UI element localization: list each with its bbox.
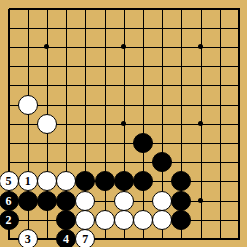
move-number-label: 4 bbox=[63, 233, 69, 245]
stone-black bbox=[95, 171, 115, 191]
stone-black bbox=[37, 191, 57, 211]
stone-white bbox=[37, 114, 57, 134]
stone-white: 1 bbox=[18, 171, 38, 191]
star-point bbox=[198, 121, 203, 126]
move-number-label: 2 bbox=[6, 214, 12, 226]
star-point bbox=[44, 44, 49, 49]
stone-white bbox=[37, 171, 57, 191]
stone-black bbox=[133, 171, 153, 191]
move-number-label: 7 bbox=[82, 233, 88, 245]
stone-black bbox=[114, 171, 134, 191]
stone-white bbox=[133, 210, 153, 230]
stone-white: 5 bbox=[0, 171, 19, 191]
stone-white bbox=[152, 191, 172, 211]
stone-black bbox=[152, 152, 172, 172]
stone-black bbox=[171, 210, 191, 230]
grid-vline bbox=[220, 9, 221, 240]
move-number-label: 3 bbox=[25, 233, 31, 245]
stone-white bbox=[95, 210, 115, 230]
stone-white bbox=[18, 95, 38, 115]
move-number-label: 1 bbox=[25, 175, 31, 187]
stone-white bbox=[75, 210, 95, 230]
stone-black bbox=[171, 171, 191, 191]
grid-vline bbox=[143, 9, 144, 240]
star-point bbox=[198, 198, 203, 203]
stone-black bbox=[18, 191, 38, 211]
stone-black bbox=[171, 191, 191, 211]
stone-white bbox=[114, 191, 134, 211]
stone-black bbox=[133, 133, 153, 153]
stone-white bbox=[75, 191, 95, 211]
star-point bbox=[198, 44, 203, 49]
grid-hline bbox=[9, 162, 240, 163]
stone-black bbox=[56, 191, 76, 211]
star-point bbox=[121, 44, 126, 49]
stone-white bbox=[114, 210, 134, 230]
stone-black: 6 bbox=[0, 191, 19, 211]
move-number-label: 5 bbox=[6, 175, 12, 187]
go-board-diagram: 5162347 bbox=[0, 0, 247, 247]
grid-hline bbox=[9, 238, 240, 240]
grid-vline bbox=[238, 9, 240, 240]
stone-black bbox=[56, 210, 76, 230]
star-point bbox=[121, 121, 126, 126]
stone-black: 2 bbox=[0, 210, 19, 230]
stone-black bbox=[75, 171, 95, 191]
stone-white bbox=[152, 210, 172, 230]
stone-black: 4 bbox=[56, 229, 76, 247]
grid-hline bbox=[9, 143, 240, 144]
move-number-label: 6 bbox=[6, 195, 12, 207]
stone-white: 3 bbox=[18, 229, 38, 247]
stone-white bbox=[56, 171, 76, 191]
stone-white: 7 bbox=[75, 229, 95, 247]
